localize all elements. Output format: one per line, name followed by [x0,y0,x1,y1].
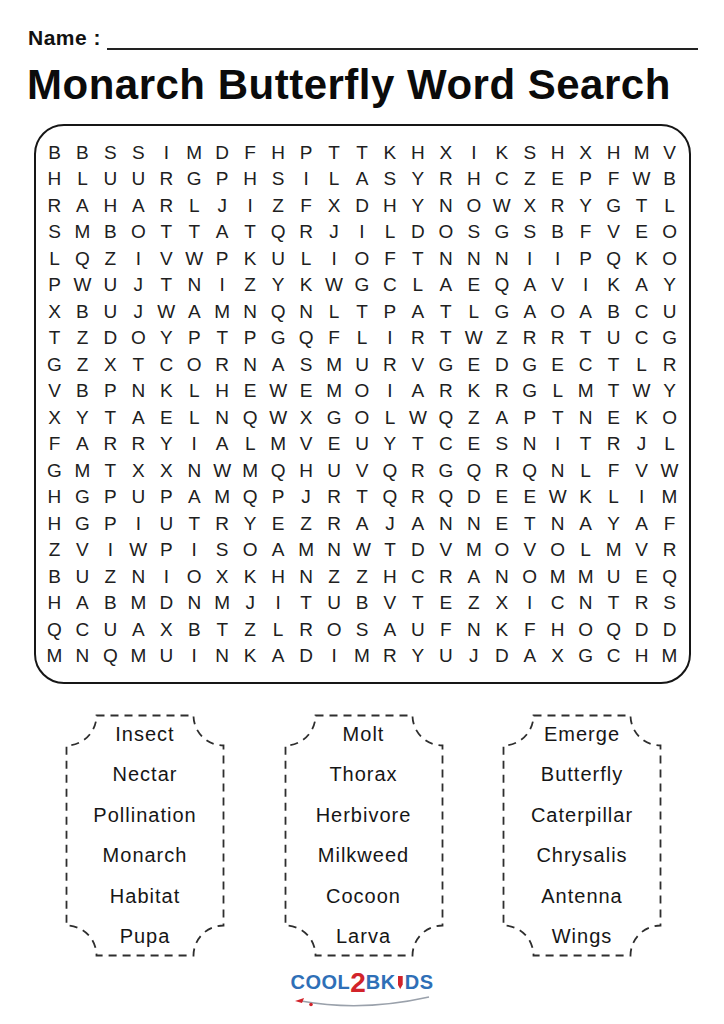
grid-cell-r9-c23[interactable]: R [656,351,684,378]
grid-cell-r9-c2[interactable]: Z [68,351,96,378]
grid-cell-r18-c6[interactable]: N [180,590,208,617]
grid-cell-r18-c12[interactable]: B [348,590,376,617]
grid-cell-r12-c12[interactable]: U [348,431,376,458]
grid-cell-r4-c22[interactable]: E [628,219,656,246]
grid-cell-r8-c21[interactable]: U [600,325,628,352]
grid-cell-r18-c3[interactable]: B [96,590,124,617]
grid-cell-r18-c13[interactable]: V [376,590,404,617]
grid-cell-r19-c6[interactable]: B [180,616,208,643]
grid-cell-r17-c1[interactable]: B [41,563,69,590]
grid-cell-r7-c16[interactable]: L [460,298,488,325]
grid-cell-r13-c4[interactable]: X [124,457,152,484]
grid-cell-r3-c21[interactable]: G [600,192,628,219]
grid-cell-r6-c17[interactable]: Q [488,272,516,299]
grid-cell-r7-c15[interactable]: T [432,298,460,325]
grid-cell-r4-c21[interactable]: V [600,219,628,246]
grid-cell-r9-c7[interactable]: R [208,351,236,378]
grid-cell-r8-c23[interactable]: G [656,325,684,352]
grid-cell-r2-c5[interactable]: R [152,166,180,193]
grid-cell-r11-c9[interactable]: W [264,404,292,431]
grid-cell-r11-c11[interactable]: G [320,404,348,431]
grid-cell-r5-c3[interactable]: Z [96,245,124,272]
grid-cell-r15-c1[interactable]: H [41,510,69,537]
grid-cell-r3-c15[interactable]: N [432,192,460,219]
grid-cell-r1-c2[interactable]: B [68,139,96,166]
grid-cell-r17-c23[interactable]: Q [656,563,684,590]
grid-cell-r16-c13[interactable]: T [376,537,404,564]
grid-cell-r2-c20[interactable]: P [572,166,600,193]
grid-cell-r16-c8[interactable]: O [236,537,264,564]
grid-cell-r13-c12[interactable]: V [348,457,376,484]
grid-cell-r13-c22[interactable]: V [628,457,656,484]
grid-cell-r12-c9[interactable]: M [264,431,292,458]
grid-cell-r20-c17[interactable]: D [488,643,516,670]
grid-cell-r5-c11[interactable]: I [320,245,348,272]
grid-cell-r10-c10[interactable]: E [292,378,320,405]
grid-cell-r7-c4[interactable]: J [124,298,152,325]
grid-cell-r19-c22[interactable]: D [628,616,656,643]
grid-cell-r11-c8[interactable]: Q [236,404,264,431]
grid-cell-r1-c10[interactable]: P [292,139,320,166]
grid-cell-r2-c6[interactable]: G [180,166,208,193]
grid-cell-r12-c19[interactable]: I [544,431,572,458]
grid-cell-r3-c7[interactable]: J [208,192,236,219]
grid-cell-r15-c14[interactable]: A [404,510,432,537]
grid-cell-r12-c2[interactable]: A [68,431,96,458]
grid-cell-r4-c23[interactable]: O [656,219,684,246]
grid-cell-r20-c16[interactable]: J [460,643,488,670]
grid-cell-r6-c21[interactable]: K [600,272,628,299]
grid-cell-r6-c2[interactable]: W [68,272,96,299]
grid-cell-r10-c15[interactable]: R [432,378,460,405]
grid-cell-r4-c13[interactable]: L [376,219,404,246]
grid-cell-r3-c2[interactable]: A [68,192,96,219]
grid-cell-r18-c7[interactable]: M [208,590,236,617]
grid-cell-r20-c15[interactable]: U [432,643,460,670]
grid-cell-r7-c9[interactable]: Q [264,298,292,325]
grid-cell-r15-c20[interactable]: A [572,510,600,537]
grid-cell-r20-c1[interactable]: M [41,643,69,670]
grid-cell-r5-c5[interactable]: V [152,245,180,272]
grid-cell-r11-c6[interactable]: L [180,404,208,431]
grid-cell-r15-c16[interactable]: N [460,510,488,537]
grid-cell-r14-c7[interactable]: M [208,484,236,511]
grid-cell-r1-c1[interactable]: B [41,139,69,166]
grid-cell-r1-c22[interactable]: M [628,139,656,166]
grid-cell-r14-c23[interactable]: M [656,484,684,511]
grid-cell-r18-c17[interactable]: X [488,590,516,617]
grid-cell-r17-c5[interactable]: I [152,563,180,590]
grid-cell-r12-c4[interactable]: R [124,431,152,458]
grid-cell-r4-c10[interactable]: R [292,219,320,246]
grid-cell-r2-c13[interactable]: S [376,166,404,193]
grid-cell-r3-c18[interactable]: X [516,192,544,219]
grid-cell-r17-c17[interactable]: N [488,563,516,590]
grid-cell-r20-c2[interactable]: N [68,643,96,670]
grid-cell-r15-c4[interactable]: I [124,510,152,537]
grid-cell-r10-c12[interactable]: O [348,378,376,405]
grid-cell-r19-c4[interactable]: A [124,616,152,643]
grid-cell-r9-c1[interactable]: G [41,351,69,378]
grid-cell-r11-c23[interactable]: O [656,404,684,431]
grid-cell-r14-c1[interactable]: H [41,484,69,511]
grid-cell-r4-c3[interactable]: B [96,219,124,246]
grid-cell-r2-c8[interactable]: H [236,166,264,193]
grid-cell-r5-c14[interactable]: T [404,245,432,272]
grid-cell-r10-c20[interactable]: M [572,378,600,405]
grid-cell-r6-c9[interactable]: Y [264,272,292,299]
grid-cell-r12-c7[interactable]: A [208,431,236,458]
grid-cell-r18-c2[interactable]: A [68,590,96,617]
grid-cell-r10-c4[interactable]: N [124,378,152,405]
grid-cell-r9-c8[interactable]: N [236,351,264,378]
grid-cell-r16-c19[interactable]: O [544,537,572,564]
grid-cell-r1-c8[interactable]: F [236,139,264,166]
grid-cell-r19-c3[interactable]: U [96,616,124,643]
grid-cell-r16-c15[interactable]: V [432,537,460,564]
grid-cell-r14-c22[interactable]: I [628,484,656,511]
grid-cell-r16-c23[interactable]: R [656,537,684,564]
grid-cell-r17-c2[interactable]: U [68,563,96,590]
grid-cell-r7-c6[interactable]: A [180,298,208,325]
grid-cell-r9-c4[interactable]: T [124,351,152,378]
grid-cell-r17-c22[interactable]: E [628,563,656,590]
grid-cell-r16-c20[interactable]: L [572,537,600,564]
grid-cell-r3-c4[interactable]: A [124,192,152,219]
grid-cell-r17-c18[interactable]: O [516,563,544,590]
grid-cell-r5-c10[interactable]: L [292,245,320,272]
grid-cell-r8-c13[interactable]: I [376,325,404,352]
grid-cell-r11-c15[interactable]: Q [432,404,460,431]
grid-cell-r11-c5[interactable]: E [152,404,180,431]
grid-cell-r16-c10[interactable]: M [292,537,320,564]
grid-cell-r13-c7[interactable]: W [208,457,236,484]
grid-cell-r8-c3[interactable]: D [96,325,124,352]
grid-cell-r2-c7[interactable]: P [208,166,236,193]
grid-cell-r20-c13[interactable]: R [376,643,404,670]
grid-cell-r19-c10[interactable]: R [292,616,320,643]
grid-cell-r15-c6[interactable]: T [180,510,208,537]
grid-cell-r13-c15[interactable]: G [432,457,460,484]
grid-cell-r15-c12[interactable]: A [348,510,376,537]
grid-cell-r7-c3[interactable]: U [96,298,124,325]
grid-cell-r12-c20[interactable]: T [572,431,600,458]
grid-cell-r16-c2[interactable]: V [68,537,96,564]
grid-cell-r7-c10[interactable]: N [292,298,320,325]
grid-cell-r1-c23[interactable]: V [656,139,684,166]
grid-cell-r6-c18[interactable]: A [516,272,544,299]
grid-cell-r6-c1[interactable]: P [41,272,69,299]
grid-cell-r5-c23[interactable]: O [656,245,684,272]
grid-cell-r13-c2[interactable]: M [68,457,96,484]
grid-cell-r7-c2[interactable]: B [68,298,96,325]
grid-cell-r3-c1[interactable]: R [41,192,69,219]
grid-cell-r1-c9[interactable]: H [264,139,292,166]
grid-cell-r16-c9[interactable]: A [264,537,292,564]
grid-cell-r12-c1[interactable]: F [41,431,69,458]
grid-cell-r12-c5[interactable]: Y [152,431,180,458]
grid-cell-r4-c2[interactable]: M [68,219,96,246]
grid-cell-r7-c22[interactable]: C [628,298,656,325]
grid-cell-r5-c19[interactable]: I [544,245,572,272]
grid-cell-r12-c3[interactable]: R [96,431,124,458]
grid-cell-r3-c5[interactable]: R [152,192,180,219]
grid-cell-r7-c5[interactable]: W [152,298,180,325]
grid-cell-r2-c2[interactable]: L [68,166,96,193]
grid-cell-r14-c10[interactable]: J [292,484,320,511]
grid-cell-r16-c7[interactable]: S [208,537,236,564]
grid-cell-r3-c14[interactable]: Y [404,192,432,219]
grid-cell-r2-c15[interactable]: R [432,166,460,193]
grid-cell-r8-c11[interactable]: F [320,325,348,352]
grid-cell-r14-c18[interactable]: E [516,484,544,511]
grid-cell-r17-c4[interactable]: N [124,563,152,590]
grid-cell-r8-c20[interactable]: T [572,325,600,352]
grid-cell-r10-c2[interactable]: B [68,378,96,405]
grid-cell-r9-c16[interactable]: E [460,351,488,378]
grid-cell-r16-c5[interactable]: P [152,537,180,564]
grid-cell-r11-c3[interactable]: T [96,404,124,431]
grid-cell-r4-c17[interactable]: G [488,219,516,246]
grid-cell-r9-c11[interactable]: M [320,351,348,378]
grid-cell-r1-c17[interactable]: K [488,139,516,166]
grid-cell-r14-c19[interactable]: W [544,484,572,511]
grid-cell-r19-c17[interactable]: K [488,616,516,643]
grid-cell-r15-c17[interactable]: E [488,510,516,537]
grid-cell-r11-c22[interactable]: K [628,404,656,431]
grid-cell-r18-c1[interactable]: H [41,590,69,617]
grid-cell-r16-c1[interactable]: Z [41,537,69,564]
grid-cell-r16-c4[interactable]: W [124,537,152,564]
grid-cell-r9-c13[interactable]: R [376,351,404,378]
grid-cell-r9-c14[interactable]: V [404,351,432,378]
grid-cell-r7-c12[interactable]: T [348,298,376,325]
grid-cell-r15-c21[interactable]: Y [600,510,628,537]
grid-cell-r19-c23[interactable]: D [656,616,684,643]
grid-cell-r20-c5[interactable]: U [152,643,180,670]
grid-cell-r11-c17[interactable]: A [488,404,516,431]
grid-cell-r9-c18[interactable]: G [516,351,544,378]
grid-cell-r11-c20[interactable]: N [572,404,600,431]
grid-cell-r15-c19[interactable]: N [544,510,572,537]
grid-cell-r13-c5[interactable]: X [152,457,180,484]
grid-cell-r11-c19[interactable]: T [544,404,572,431]
grid-cell-r4-c11[interactable]: J [320,219,348,246]
grid-cell-r20-c9[interactable]: A [264,643,292,670]
grid-cell-r9-c20[interactable]: C [572,351,600,378]
grid-cell-r3-c12[interactable]: D [348,192,376,219]
grid-cell-r17-c9[interactable]: H [264,563,292,590]
grid-cell-r2-c9[interactable]: S [264,166,292,193]
grid-cell-r19-c13[interactable]: A [376,616,404,643]
grid-cell-r12-c15[interactable]: C [432,431,460,458]
grid-cell-r2-c16[interactable]: H [460,166,488,193]
grid-cell-r20-c14[interactable]: Y [404,643,432,670]
grid-cell-r4-c4[interactable]: O [124,219,152,246]
grid-cell-r14-c6[interactable]: A [180,484,208,511]
grid-cell-r7-c11[interactable]: L [320,298,348,325]
name-input-line[interactable] [107,26,698,50]
grid-cell-r1-c16[interactable]: I [460,139,488,166]
grid-cell-r6-c15[interactable]: A [432,272,460,299]
grid-cell-r15-c22[interactable]: A [628,510,656,537]
grid-cell-r7-c13[interactable]: P [376,298,404,325]
grid-cell-r15-c11[interactable]: R [320,510,348,537]
grid-cell-r13-c9[interactable]: Q [264,457,292,484]
grid-cell-r8-c17[interactable]: Z [488,325,516,352]
grid-cell-r14-c4[interactable]: U [124,484,152,511]
grid-cell-r7-c21[interactable]: B [600,298,628,325]
grid-cell-r10-c16[interactable]: K [460,378,488,405]
grid-cell-r15-c2[interactable]: G [68,510,96,537]
grid-cell-r9-c22[interactable]: L [628,351,656,378]
grid-cell-r18-c4[interactable]: M [124,590,152,617]
grid-cell-r17-c21[interactable]: U [600,563,628,590]
grid-cell-r6-c4[interactable]: J [124,272,152,299]
grid-cell-r4-c12[interactable]: I [348,219,376,246]
grid-cell-r11-c1[interactable]: X [41,404,69,431]
grid-cell-r17-c14[interactable]: C [404,563,432,590]
grid-cell-r14-c15[interactable]: Q [432,484,460,511]
grid-cell-r17-c11[interactable]: Z [320,563,348,590]
grid-cell-r10-c13[interactable]: I [376,378,404,405]
grid-cell-r15-c8[interactable]: Y [236,510,264,537]
grid-cell-r15-c5[interactable]: U [152,510,180,537]
grid-cell-r15-c15[interactable]: N [432,510,460,537]
grid-cell-r3-c8[interactable]: I [236,192,264,219]
grid-cell-r2-c14[interactable]: Y [404,166,432,193]
grid-cell-r5-c17[interactable]: N [488,245,516,272]
grid-cell-r12-c23[interactable]: L [656,431,684,458]
grid-cell-r17-c20[interactable]: M [572,563,600,590]
grid-cell-r9-c6[interactable]: O [180,351,208,378]
grid-cell-r13-c23[interactable]: W [656,457,684,484]
grid-cell-r12-c18[interactable]: N [516,431,544,458]
grid-cell-r8-c5[interactable]: Y [152,325,180,352]
grid-cell-r18-c15[interactable]: E [432,590,460,617]
grid-cell-r6-c19[interactable]: V [544,272,572,299]
grid-cell-r1-c14[interactable]: H [404,139,432,166]
grid-cell-r3-c13[interactable]: H [376,192,404,219]
grid-cell-r3-c3[interactable]: H [96,192,124,219]
grid-cell-r6-c7[interactable]: I [208,272,236,299]
grid-cell-r5-c16[interactable]: N [460,245,488,272]
grid-cell-r13-c14[interactable]: R [404,457,432,484]
grid-cell-r13-c20[interactable]: L [572,457,600,484]
grid-cell-r4-c14[interactable]: D [404,219,432,246]
grid-cell-r5-c6[interactable]: W [180,245,208,272]
grid-cell-r9-c10[interactable]: S [292,351,320,378]
grid-cell-r15-c13[interactable]: J [376,510,404,537]
grid-cell-r5-c2[interactable]: Q [68,245,96,272]
grid-cell-r6-c20[interactable]: I [572,272,600,299]
grid-cell-r3-c20[interactable]: Y [572,192,600,219]
grid-cell-r12-c22[interactable]: J [628,431,656,458]
grid-cell-r8-c1[interactable]: T [41,325,69,352]
grid-cell-r19-c18[interactable]: F [516,616,544,643]
grid-cell-r20-c22[interactable]: H [628,643,656,670]
grid-cell-r15-c23[interactable]: F [656,510,684,537]
grid-cell-r6-c5[interactable]: T [152,272,180,299]
grid-cell-r20-c7[interactable]: N [208,643,236,670]
grid-cell-r8-c2[interactable]: Z [68,325,96,352]
grid-cell-r18-c10[interactable]: T [292,590,320,617]
grid-cell-r17-c16[interactable]: A [460,563,488,590]
grid-cell-r7-c20[interactable]: A [572,298,600,325]
grid-cell-r10-c18[interactable]: G [516,378,544,405]
grid-cell-r20-c18[interactable]: A [516,643,544,670]
grid-cell-r2-c11[interactable]: L [320,166,348,193]
grid-cell-r16-c12[interactable]: W [348,537,376,564]
grid-cell-r5-c7[interactable]: P [208,245,236,272]
grid-cell-r16-c11[interactable]: N [320,537,348,564]
grid-cell-r13-c21[interactable]: F [600,457,628,484]
grid-cell-r12-c21[interactable]: R [600,431,628,458]
grid-cell-r20-c6[interactable]: I [180,643,208,670]
grid-cell-r16-c21[interactable]: M [600,537,628,564]
grid-cell-r19-c1[interactable]: Q [41,616,69,643]
grid-cell-r18-c18[interactable]: I [516,590,544,617]
grid-cell-r10-c9[interactable]: W [264,378,292,405]
grid-cell-r1-c21[interactable]: H [600,139,628,166]
grid-cell-r18-c21[interactable]: T [600,590,628,617]
grid-cell-r12-c10[interactable]: V [292,431,320,458]
grid-cell-r11-c4[interactable]: A [124,404,152,431]
grid-cell-r20-c23[interactable]: M [656,643,684,670]
grid-cell-r6-c3[interactable]: U [96,272,124,299]
grid-cell-r3-c16[interactable]: O [460,192,488,219]
grid-cell-r5-c4[interactable]: I [124,245,152,272]
grid-cell-r5-c9[interactable]: U [264,245,292,272]
grid-cell-r5-c18[interactable]: I [516,245,544,272]
grid-cell-r3-c19[interactable]: R [544,192,572,219]
grid-cell-r5-c20[interactable]: P [572,245,600,272]
grid-cell-r11-c12[interactable]: O [348,404,376,431]
grid-cell-r4-c18[interactable]: S [516,219,544,246]
grid-cell-r19-c7[interactable]: T [208,616,236,643]
grid-cell-r3-c22[interactable]: T [628,192,656,219]
grid-cell-r19-c2[interactable]: C [68,616,96,643]
grid-cell-r9-c19[interactable]: E [544,351,572,378]
grid-cell-r4-c6[interactable]: T [180,219,208,246]
grid-cell-r7-c17[interactable]: G [488,298,516,325]
grid-cell-r11-c10[interactable]: X [292,404,320,431]
grid-cell-r2-c18[interactable]: Z [516,166,544,193]
grid-cell-r4-c20[interactable]: F [572,219,600,246]
grid-cell-r8-c18[interactable]: R [516,325,544,352]
grid-cell-r20-c3[interactable]: Q [96,643,124,670]
grid-cell-r12-c8[interactable]: L [236,431,264,458]
grid-cell-r7-c23[interactable]: U [656,298,684,325]
grid-cell-r6-c6[interactable]: N [180,272,208,299]
grid-cell-r7-c19[interactable]: O [544,298,572,325]
grid-cell-r6-c8[interactable]: Z [236,272,264,299]
grid-cell-r8-c10[interactable]: Q [292,325,320,352]
grid-cell-r15-c7[interactable]: R [208,510,236,537]
grid-cell-r20-c4[interactable]: M [124,643,152,670]
grid-cell-r9-c17[interactable]: D [488,351,516,378]
grid-cell-r7-c1[interactable]: X [41,298,69,325]
grid-cell-r4-c8[interactable]: T [236,219,264,246]
grid-cell-r9-c15[interactable]: G [432,351,460,378]
grid-cell-r19-c21[interactable]: Q [600,616,628,643]
grid-cell-r8-c16[interactable]: W [460,325,488,352]
grid-cell-r17-c10[interactable]: N [292,563,320,590]
grid-cell-r17-c12[interactable]: Z [348,563,376,590]
grid-cell-r6-c12[interactable]: G [348,272,376,299]
grid-cell-r10-c5[interactable]: K [152,378,180,405]
grid-cell-r1-c15[interactable]: X [432,139,460,166]
